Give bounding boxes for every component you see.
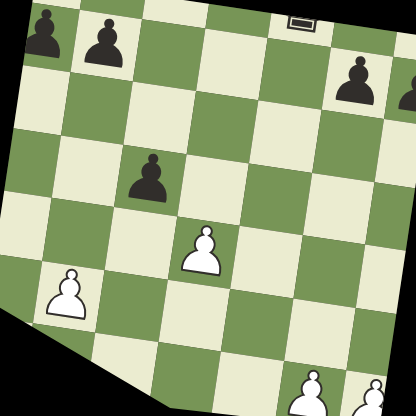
square-h3[interactable] [409,317,416,389]
square-g2[interactable]: ♟ [337,370,409,416]
square-a7[interactable]: ♟ [7,0,79,72]
piece-black-pawn-g7[interactable]: ♟ [387,54,416,126]
square-g4[interactable] [356,245,416,317]
square-a6[interactable] [0,63,70,135]
square-b7[interactable]: ♟ [70,9,142,81]
square-e3[interactable] [221,289,293,361]
square-f4[interactable] [293,235,365,307]
square-c2[interactable] [86,333,158,405]
piece-black-king-e8[interactable]: ♚ [271,0,337,45]
square-a5[interactable] [0,125,61,197]
square-e5[interactable] [240,163,312,235]
square-d2[interactable] [149,342,221,414]
piece-white-pawn-b3[interactable]: ♟ [36,259,102,331]
piece-black-pawn-f7[interactable]: ♟ [324,45,390,117]
square-b6[interactable] [61,72,133,144]
square-f6[interactable] [312,110,384,182]
square-c5[interactable]: ♟ [114,144,186,216]
square-e2[interactable] [211,351,283,416]
square-e6[interactable] [249,100,321,172]
chess-board: ♚♟♟♟♟♟♟♟♟♟ [0,0,416,416]
square-b5[interactable] [51,135,123,207]
square-b3[interactable]: ♟ [32,260,104,332]
square-g5[interactable] [365,182,416,254]
square-d4[interactable]: ♟ [167,216,239,288]
square-c3[interactable] [95,270,167,342]
square-f2[interactable]: ♟ [274,361,346,416]
square-d6[interactable] [186,91,258,163]
piece-white-pawn-g2[interactable]: ♟ [340,368,406,416]
square-f7[interactable]: ♟ [321,47,393,119]
square-f5[interactable] [302,172,374,244]
square-b2[interactable] [23,323,95,395]
piece-white-pawn-f2[interactable]: ♟ [278,359,344,416]
square-c7[interactable] [133,19,205,91]
piece-white-pawn-d4[interactable]: ♟ [171,215,237,287]
piece-black-pawn-c5[interactable]: ♟ [117,142,183,214]
square-c4[interactable] [105,207,177,279]
square-h2[interactable] [400,380,416,416]
square-d7[interactable] [196,28,268,100]
rotated-screenshot-crop: ♚♟♟♟♟♟♟♟♟♟ [0,0,416,416]
screenshot-canvas: ♚♟♟♟♟♟♟♟♟♟ [0,0,416,416]
piece-black-pawn-b7[interactable]: ♟ [73,7,139,79]
piece-black-pawn-a7[interactable]: ♟ [10,0,76,70]
square-e4[interactable] [230,226,302,298]
square-d3[interactable] [158,279,230,351]
square-e7[interactable] [258,37,330,109]
